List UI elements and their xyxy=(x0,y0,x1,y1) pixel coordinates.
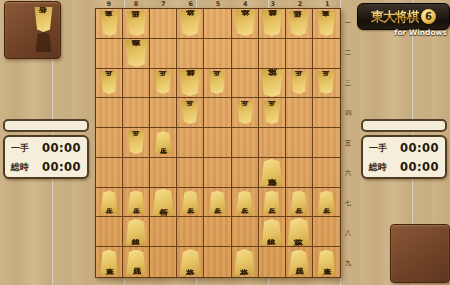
file-label-5: 5 xyxy=(204,0,231,8)
square-3c[interactable]: 玉将 xyxy=(259,69,286,99)
square-7f[interactable] xyxy=(150,158,177,188)
sente-total-time-label: 総時 xyxy=(369,161,387,174)
square-3g[interactable]: 歩兵 xyxy=(259,188,286,218)
square-7g[interactable]: 角行 xyxy=(150,188,177,218)
square-2c[interactable]: 歩兵 xyxy=(286,69,313,99)
gote-pawn-piece[interactable]: 歩兵 xyxy=(127,131,145,154)
sente-pawn-piece[interactable]: 歩兵 xyxy=(236,191,254,214)
gote-gold-piece[interactable]: 金将 xyxy=(179,10,201,36)
square-4c[interactable] xyxy=(232,69,259,99)
rank-label-9: 九 xyxy=(343,248,353,278)
square-1h[interactable] xyxy=(313,217,340,247)
square-4b[interactable] xyxy=(232,39,259,69)
gote-silver-piece[interactable]: 銀将 xyxy=(179,70,201,96)
square-7i[interactable] xyxy=(150,247,177,277)
square-2d[interactable] xyxy=(286,98,313,128)
square-5a[interactable] xyxy=(204,9,231,39)
square-1e[interactable] xyxy=(313,128,340,158)
sente-pawn-piece[interactable]: 歩兵 xyxy=(317,191,335,214)
square-2e[interactable] xyxy=(286,128,313,158)
square-3b[interactable] xyxy=(259,39,286,69)
square-6c[interactable]: 銀将 xyxy=(177,69,204,99)
square-6b[interactable] xyxy=(177,39,204,69)
square-4f[interactable] xyxy=(232,158,259,188)
gote-name-plate xyxy=(3,119,89,132)
file-label-7: 7 xyxy=(150,0,177,8)
square-1g[interactable]: 歩兵 xyxy=(313,188,340,218)
sente-pawn-piece[interactable]: 歩兵 xyxy=(100,191,118,214)
square-5i[interactable] xyxy=(204,247,231,277)
square-9d[interactable] xyxy=(96,98,123,128)
square-2a[interactable]: 桂馬 xyxy=(286,9,313,39)
gote-komadai[interactable]: 角行 xyxy=(4,1,61,59)
gote-clock-panel: 一手 00:00 総時 00:00 xyxy=(3,135,89,179)
square-7d[interactable] xyxy=(150,98,177,128)
square-9f[interactable] xyxy=(96,158,123,188)
square-4i[interactable]: 金将 xyxy=(232,247,259,277)
square-7a[interactable] xyxy=(150,9,177,39)
square-3a[interactable]: 銀将 xyxy=(259,9,286,39)
sente-move-time-value: 00:00 xyxy=(400,141,439,155)
app-logo: 東大将棋 6 xyxy=(357,3,450,30)
square-9h[interactable] xyxy=(96,217,123,247)
gote-pawn-piece[interactable]: 歩兵 xyxy=(263,101,281,124)
square-4h[interactable] xyxy=(232,217,259,247)
sente-name-plate xyxy=(361,119,447,132)
square-4g[interactable]: 歩兵 xyxy=(232,188,259,218)
file-label-1: 1 xyxy=(314,0,341,8)
square-8d[interactable] xyxy=(123,98,150,128)
file-label-8: 8 xyxy=(122,0,149,8)
square-2b[interactable] xyxy=(286,39,313,69)
square-8a[interactable]: 桂馬 xyxy=(123,9,150,39)
square-4d[interactable]: 歩兵 xyxy=(232,98,259,128)
sente-pawn-piece[interactable]: 歩兵 xyxy=(154,131,172,154)
square-7b[interactable] xyxy=(150,39,177,69)
square-6f[interactable] xyxy=(177,158,204,188)
sente-pawn-piece[interactable]: 歩兵 xyxy=(181,191,199,214)
square-7h[interactable] xyxy=(150,217,177,247)
sente-move-time-label: 一手 xyxy=(369,142,387,155)
sente-pawn-piece[interactable]: 歩兵 xyxy=(263,191,281,214)
gote-pawn-piece[interactable]: 歩兵 xyxy=(317,71,335,94)
sente-gold-piece[interactable]: 金将 xyxy=(179,249,201,275)
rank-label-4: 四 xyxy=(343,98,353,128)
gote-hand-bishop[interactable]: 角行 xyxy=(34,7,53,32)
gote-silver-piece[interactable]: 銀将 xyxy=(261,10,283,36)
gote-lance-piece[interactable]: 香車 xyxy=(317,11,336,36)
rank-label-1: 一 xyxy=(343,8,353,38)
square-8h[interactable]: 銀将 xyxy=(123,217,150,247)
rank-label-3: 三 xyxy=(343,68,353,98)
file-label-3: 3 xyxy=(259,0,286,8)
square-1d[interactable] xyxy=(313,98,340,128)
logo-version-badge: 6 xyxy=(421,9,436,24)
square-8b[interactable]: 飛車 xyxy=(123,39,150,69)
komadai-piece-shadow xyxy=(35,32,52,52)
gote-total-time-label: 総時 xyxy=(11,161,29,174)
square-2h[interactable]: 王将 xyxy=(286,217,313,247)
logo-title: 東大将棋 xyxy=(371,8,419,26)
sente-total-time-value: 00:00 xyxy=(400,160,439,174)
square-5e[interactable] xyxy=(204,128,231,158)
square-9g[interactable]: 歩兵 xyxy=(96,188,123,218)
square-3f[interactable]: 飛車 xyxy=(259,158,286,188)
file-label-4: 4 xyxy=(232,0,259,8)
gote-total-time-value: 00:00 xyxy=(42,160,81,174)
square-9a[interactable]: 香車 xyxy=(96,9,123,39)
rank-label-6: 六 xyxy=(343,158,353,188)
square-4e[interactable] xyxy=(232,128,259,158)
rank-label-2: 二 xyxy=(343,38,353,68)
rank-label-5: 五 xyxy=(343,128,353,158)
square-1a[interactable]: 香車 xyxy=(313,9,340,39)
sente-clock-panel: 一手 00:00 総時 00:00 xyxy=(361,135,447,179)
square-1f[interactable] xyxy=(313,158,340,188)
logo-subtitle: for Windows xyxy=(357,28,447,37)
square-8g[interactable]: 歩兵 xyxy=(123,188,150,218)
gote-pawn-piece[interactable]: 歩兵 xyxy=(208,71,226,94)
square-1c[interactable]: 歩兵 xyxy=(313,69,340,99)
square-8e[interactable]: 歩兵 xyxy=(123,128,150,158)
sente-gold-piece[interactable]: 金将 xyxy=(234,249,256,275)
square-3e[interactable] xyxy=(259,128,286,158)
rank-labels: 一二三四五六七八九 xyxy=(343,8,353,278)
square-8c[interactable] xyxy=(123,69,150,99)
sente-silver-piece[interactable]: 銀将 xyxy=(261,219,283,245)
square-2g[interactable]: 歩兵 xyxy=(286,188,313,218)
square-1b[interactable] xyxy=(313,39,340,69)
rank-label-7: 七 xyxy=(343,188,353,218)
square-4a[interactable]: 金将 xyxy=(232,9,259,39)
gote-lance-piece[interactable]: 香車 xyxy=(100,11,119,36)
sente-pawn-piece[interactable]: 歩兵 xyxy=(208,191,226,214)
gote-pawn-piece[interactable]: 歩兵 xyxy=(236,101,254,124)
file-label-6: 6 xyxy=(177,0,204,8)
square-8i[interactable]: 桂馬 xyxy=(123,247,150,277)
sente-komadai[interactable] xyxy=(390,224,450,283)
square-7e[interactable]: 歩兵 xyxy=(150,128,177,158)
square-5f[interactable] xyxy=(204,158,231,188)
square-6h[interactable] xyxy=(177,217,204,247)
square-6i[interactable]: 金将 xyxy=(177,247,204,277)
gote-move-time-value: 00:00 xyxy=(42,141,81,155)
square-5h[interactable] xyxy=(204,217,231,247)
square-5c[interactable]: 歩兵 xyxy=(204,69,231,99)
shogi-app-window: { "game": "shogi", "app": { "logo_title"… xyxy=(0,0,450,285)
gote-pawn-piece[interactable]: 歩兵 xyxy=(100,71,118,94)
sente-bishop-piece[interactable]: 角行 xyxy=(152,189,175,216)
sente-knight-piece[interactable]: 桂馬 xyxy=(126,250,147,275)
square-9i[interactable]: 香車 xyxy=(96,247,123,277)
sente-king-piece[interactable]: 王将 xyxy=(287,218,311,246)
square-9c[interactable]: 歩兵 xyxy=(96,69,123,99)
square-9e[interactable] xyxy=(96,128,123,158)
board-grid: 香車桂馬金将金将銀将桂馬香車飛車歩兵歩兵銀将歩兵玉将歩兵歩兵歩兵歩兵歩兵歩兵歩兵… xyxy=(96,9,340,277)
sente-pawn-piece[interactable]: 歩兵 xyxy=(127,191,145,214)
sente-silver-piece[interactable]: 銀将 xyxy=(125,219,147,245)
file-labels: 987654321 xyxy=(95,0,341,8)
square-5g[interactable]: 歩兵 xyxy=(204,188,231,218)
square-2i[interactable]: 桂馬 xyxy=(286,247,313,277)
square-2f[interactable] xyxy=(286,158,313,188)
square-6e[interactable] xyxy=(177,128,204,158)
sente-lance-piece[interactable]: 香車 xyxy=(100,250,119,275)
sente-lance-piece[interactable]: 香車 xyxy=(317,250,336,275)
square-3i[interactable] xyxy=(259,247,286,277)
square-6a[interactable]: 金将 xyxy=(177,9,204,39)
gote-bishop-piece[interactable]: 角行 xyxy=(34,7,53,32)
square-7c[interactable]: 歩兵 xyxy=(150,69,177,99)
gote-pawn-piece[interactable]: 歩兵 xyxy=(290,71,308,94)
gote-rook-piece[interactable]: 飛車 xyxy=(125,40,148,67)
square-3h[interactable]: 銀将 xyxy=(259,217,286,247)
square-1i[interactable]: 香車 xyxy=(313,247,340,277)
gote-pawn-piece[interactable]: 歩兵 xyxy=(154,71,172,94)
shogi-board: 香車桂馬金将金将銀将桂馬香車飛車歩兵歩兵銀将歩兵玉将歩兵歩兵歩兵歩兵歩兵歩兵歩兵… xyxy=(95,8,341,278)
gote-knight-piece[interactable]: 桂馬 xyxy=(288,11,309,36)
square-9b[interactable] xyxy=(96,39,123,69)
rank-label-8: 八 xyxy=(343,218,353,248)
square-8f[interactable] xyxy=(123,158,150,188)
gote-knight-piece[interactable]: 桂馬 xyxy=(126,11,147,36)
sente-rook-piece[interactable]: 飛車 xyxy=(260,159,283,186)
square-6d[interactable]: 歩兵 xyxy=(177,98,204,128)
gote-pawn-piece[interactable]: 歩兵 xyxy=(181,101,199,124)
square-5d[interactable] xyxy=(204,98,231,128)
square-6g[interactable]: 歩兵 xyxy=(177,188,204,218)
sente-knight-piece[interactable]: 桂馬 xyxy=(288,250,309,275)
sente-pawn-piece[interactable]: 歩兵 xyxy=(290,191,308,214)
gote-gold-piece[interactable]: 金将 xyxy=(234,10,256,36)
square-5b[interactable] xyxy=(204,39,231,69)
gote-king-piece[interactable]: 玉将 xyxy=(260,69,284,97)
gote-move-time-label: 一手 xyxy=(11,142,29,155)
file-label-9: 9 xyxy=(95,0,122,8)
file-label-2: 2 xyxy=(286,0,313,8)
square-3d[interactable]: 歩兵 xyxy=(259,98,286,128)
